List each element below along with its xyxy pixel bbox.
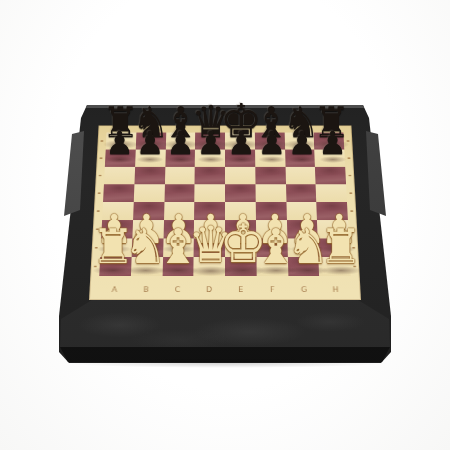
file-label-d: D: [193, 286, 225, 294]
square-d6[interactable]: [195, 167, 225, 185]
piece-black-pawn-h7[interactable]: ♟: [318, 127, 347, 159]
photo-of-travel-chess-set: ABCDEFGH ♜♞♝♛♚♝♞♜♟♟♟♟♟♟♟♟♟♟♟♟♟♟♟♟♜♞♝♛♚♝♞…: [0, 0, 450, 450]
square-e6[interactable]: [225, 167, 255, 185]
square-h6[interactable]: [315, 167, 346, 185]
square-f5[interactable]: [255, 184, 286, 202]
piece-black-pawn-g7[interactable]: ♟: [288, 127, 317, 159]
file-labels: ABCDEFGH: [98, 286, 351, 294]
square-a5[interactable]: [103, 184, 134, 202]
file-label-f: F: [257, 286, 289, 294]
square-c5[interactable]: [164, 184, 195, 202]
square-h5[interactable]: [316, 184, 347, 202]
square-c6[interactable]: [164, 167, 194, 185]
file-label-b: B: [130, 286, 162, 294]
piece-white-rook-h1[interactable]: ♜: [319, 222, 362, 270]
file-label-c: C: [162, 286, 194, 294]
square-f6[interactable]: [255, 167, 285, 185]
piece-black-pawn-a7[interactable]: ♟: [105, 127, 134, 159]
square-g6[interactable]: [285, 167, 316, 185]
square-d5[interactable]: [195, 184, 225, 202]
piece-black-pawn-b7[interactable]: ♟: [136, 127, 165, 159]
file-label-e: E: [225, 286, 257, 294]
square-e5[interactable]: [225, 184, 255, 202]
pieces-layer: ♜♞♝♛♚♝♞♜♟♟♟♟♟♟♟♟♟♟♟♟♟♟♟♟♜♞♝♛♚♝♞♜: [0, 0, 450, 450]
square-b6[interactable]: [134, 167, 165, 185]
square-g5[interactable]: [286, 184, 317, 202]
case-drop-shadow: [60, 358, 390, 368]
square-a6[interactable]: [104, 167, 135, 185]
file-label-h: H: [320, 286, 352, 294]
file-label-a: A: [98, 286, 130, 294]
square-b5[interactable]: [134, 184, 165, 202]
piece-black-pawn-f7[interactable]: ♟: [257, 127, 286, 159]
piece-black-pawn-c7[interactable]: ♟: [166, 127, 195, 159]
piece-black-pawn-e7[interactable]: ♟: [227, 127, 256, 159]
piece-black-pawn-d7[interactable]: ♟: [197, 127, 226, 159]
file-label-g: G: [288, 286, 320, 294]
